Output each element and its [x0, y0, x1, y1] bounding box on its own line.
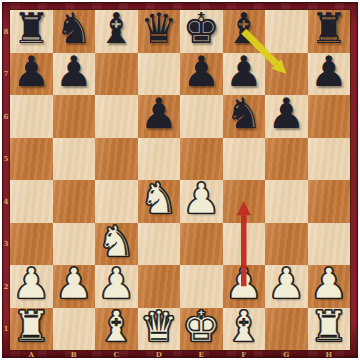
- square-c7[interactable]: [95, 53, 138, 96]
- piece-black-pawn-a7[interactable]: ♟: [12, 51, 50, 94]
- square-h7[interactable]: ♟: [308, 53, 351, 96]
- rank-label-6: 6: [2, 95, 10, 138]
- piece-white-king-e1[interactable]: ♚: [182, 306, 220, 349]
- piece-black-pawn-d6[interactable]: ♟: [140, 93, 178, 136]
- piece-black-queen-d8[interactable]: ♛: [140, 8, 178, 51]
- file-coordinates: ABCDEFGH: [10, 350, 350, 358]
- square-a1[interactable]: ♜: [10, 308, 53, 351]
- square-g4[interactable]: [265, 180, 308, 223]
- piece-white-pawn-c2[interactable]: ♟: [97, 263, 135, 306]
- square-g6[interactable]: ♟: [265, 95, 308, 138]
- rank-label-1: 1: [2, 308, 10, 351]
- file-label-f: F: [223, 350, 266, 358]
- square-b1[interactable]: [53, 308, 96, 351]
- square-g8[interactable]: [265, 10, 308, 53]
- piece-white-bishop-f1[interactable]: ♝: [225, 306, 263, 349]
- rank-label-3: 3: [2, 223, 10, 266]
- piece-white-bishop-c1[interactable]: ♝: [97, 306, 135, 349]
- piece-white-pawn-f2[interactable]: ♟: [225, 263, 263, 306]
- square-d8[interactable]: ♛: [138, 10, 181, 53]
- file-label-h: H: [308, 350, 351, 358]
- square-b4[interactable]: [53, 180, 96, 223]
- piece-black-rook-h8[interactable]: ♜: [310, 8, 348, 51]
- square-h5[interactable]: [308, 138, 351, 181]
- square-h4[interactable]: [308, 180, 351, 223]
- square-e7[interactable]: ♟: [180, 53, 223, 96]
- piece-white-rook-a1[interactable]: ♜: [12, 306, 50, 349]
- piece-black-knight-b8[interactable]: ♞: [55, 8, 93, 51]
- square-c8[interactable]: ♝: [95, 10, 138, 53]
- piece-white-knight-c3[interactable]: ♞: [97, 221, 135, 264]
- square-f1[interactable]: ♝: [223, 308, 266, 351]
- piece-white-queen-d1[interactable]: ♛: [140, 306, 178, 349]
- file-label-b: B: [53, 350, 96, 358]
- piece-white-rook-h1[interactable]: ♜: [310, 306, 348, 349]
- square-h6[interactable]: [308, 95, 351, 138]
- square-b2[interactable]: ♟: [53, 265, 96, 308]
- square-f5[interactable]: [223, 138, 266, 181]
- square-d4[interactable]: ♞: [138, 180, 181, 223]
- square-a6[interactable]: [10, 95, 53, 138]
- piece-black-rook-a8[interactable]: ♜: [12, 8, 50, 51]
- piece-white-pawn-h2[interactable]: ♟: [310, 263, 348, 306]
- square-b5[interactable]: [53, 138, 96, 181]
- piece-black-pawn-h7[interactable]: ♟: [310, 51, 348, 94]
- file-label-a: A: [10, 350, 53, 358]
- square-g5[interactable]: [265, 138, 308, 181]
- chess-board-frame: ♜♞♝♛♚♝♜♟♟♟♟♟♟♞♟♞♟♞♟♟♟♟♟♟♜♝♛♚♝♜ 87654321 …: [2, 2, 358, 358]
- square-g2[interactable]: ♟: [265, 265, 308, 308]
- square-e3[interactable]: [180, 223, 223, 266]
- piece-black-knight-f6[interactable]: ♞: [225, 93, 263, 136]
- square-c5[interactable]: [95, 138, 138, 181]
- square-d6[interactable]: ♟: [138, 95, 181, 138]
- piece-white-pawn-g2[interactable]: ♟: [267, 263, 305, 306]
- rank-label-8: 8: [2, 10, 10, 53]
- file-label-c: C: [95, 350, 138, 358]
- piece-white-knight-d4[interactable]: ♞: [140, 178, 178, 221]
- square-f4[interactable]: [223, 180, 266, 223]
- file-label-g: G: [265, 350, 308, 358]
- piece-black-pawn-f7[interactable]: ♟: [225, 51, 263, 94]
- rank-label-5: 5: [2, 138, 10, 181]
- square-e6[interactable]: [180, 95, 223, 138]
- square-b7[interactable]: ♟: [53, 53, 96, 96]
- square-d3[interactable]: [138, 223, 181, 266]
- square-c1[interactable]: ♝: [95, 308, 138, 351]
- rank-coordinates: 87654321: [2, 10, 10, 350]
- chess-board: ♜♞♝♛♚♝♜♟♟♟♟♟♟♞♟♞♟♞♟♟♟♟♟♟♜♝♛♚♝♜: [10, 10, 350, 350]
- square-g1[interactable]: [265, 308, 308, 351]
- piece-white-pawn-b2[interactable]: ♟: [55, 263, 93, 306]
- square-c6[interactable]: [95, 95, 138, 138]
- rank-label-2: 2: [2, 265, 10, 308]
- piece-black-pawn-e7[interactable]: ♟: [182, 51, 220, 94]
- piece-black-bishop-c8[interactable]: ♝: [97, 8, 135, 51]
- piece-white-pawn-a2[interactable]: ♟: [12, 263, 50, 306]
- square-b6[interactable]: [53, 95, 96, 138]
- square-a4[interactable]: [10, 180, 53, 223]
- square-h1[interactable]: ♜: [308, 308, 351, 351]
- rank-label-4: 4: [2, 180, 10, 223]
- square-a5[interactable]: [10, 138, 53, 181]
- square-a7[interactable]: ♟: [10, 53, 53, 96]
- square-e4[interactable]: ♟: [180, 180, 223, 223]
- piece-black-bishop-f8[interactable]: ♝: [225, 8, 263, 51]
- file-label-d: D: [138, 350, 181, 358]
- piece-black-king-e8[interactable]: ♚: [182, 8, 220, 51]
- piece-black-pawn-b7[interactable]: ♟: [55, 51, 93, 94]
- rank-label-7: 7: [2, 53, 10, 96]
- piece-white-pawn-e4[interactable]: ♟: [182, 178, 220, 221]
- file-label-e: E: [180, 350, 223, 358]
- square-d1[interactable]: ♛: [138, 308, 181, 351]
- square-f6[interactable]: ♞: [223, 95, 266, 138]
- square-e1[interactable]: ♚: [180, 308, 223, 351]
- piece-black-pawn-g6[interactable]: ♟: [267, 93, 305, 136]
